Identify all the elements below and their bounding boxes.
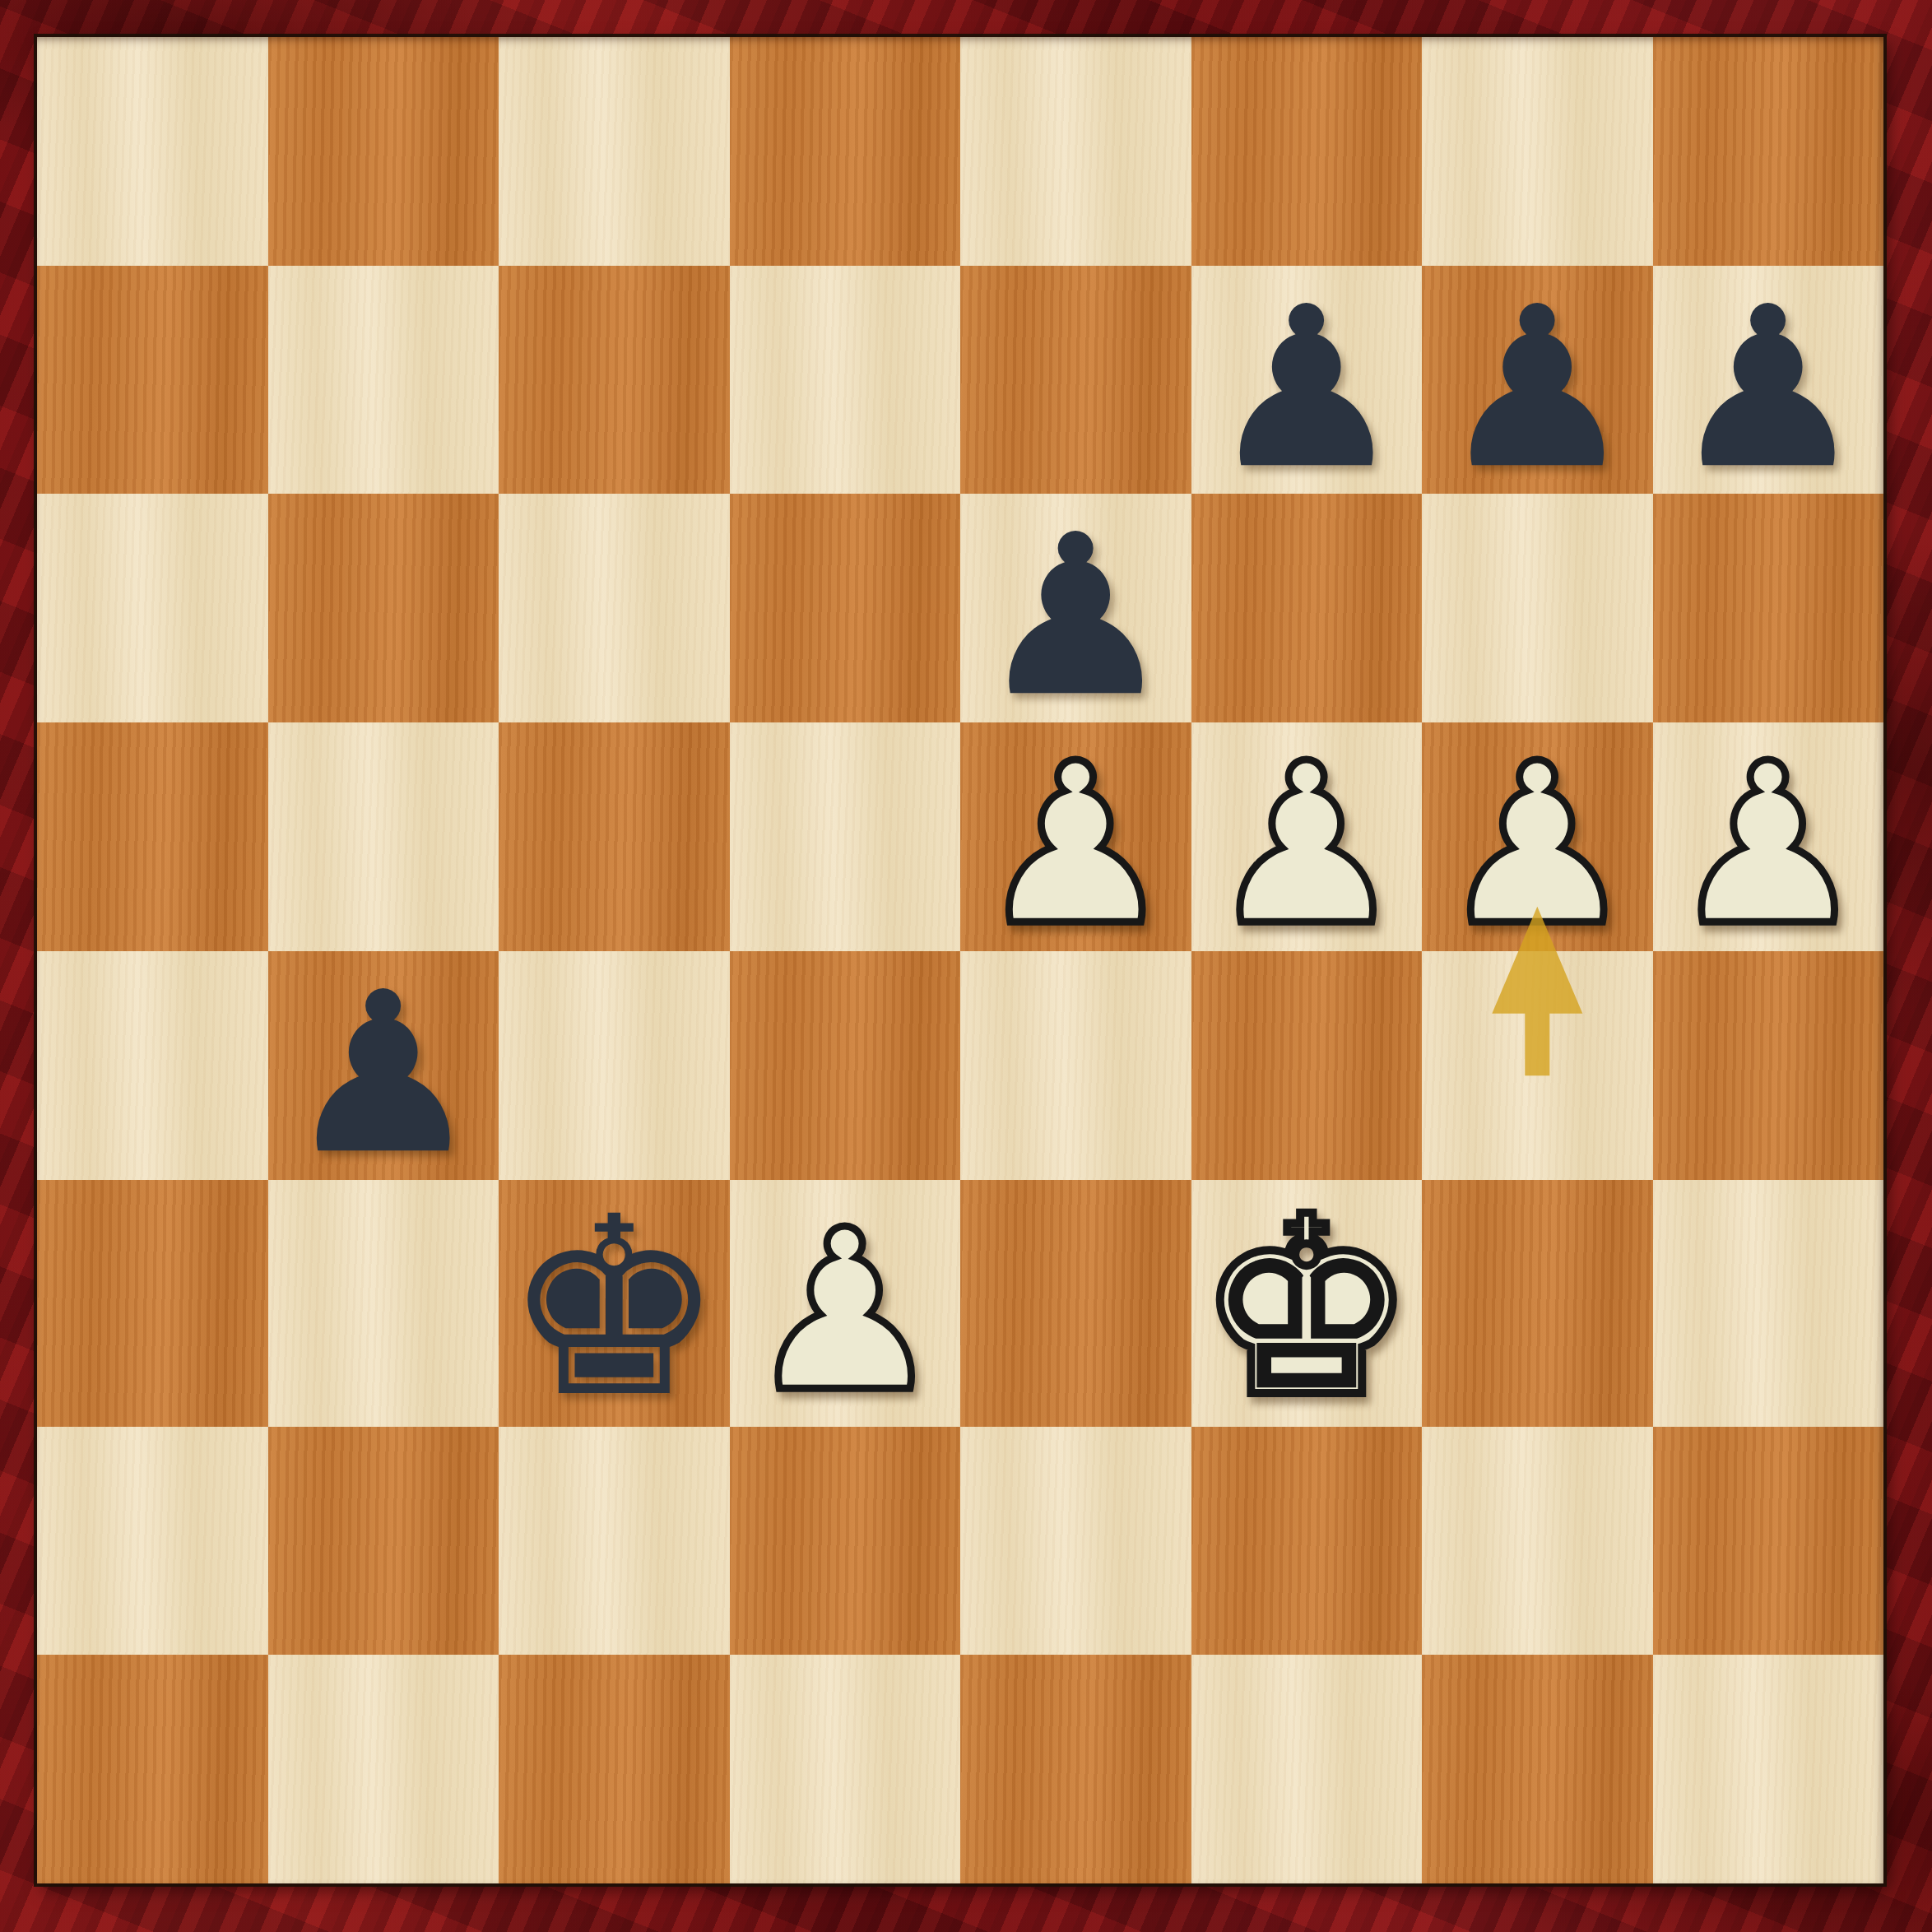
square-g3[interactable] bbox=[1422, 1180, 1653, 1427]
square-d2[interactable] bbox=[730, 1427, 961, 1656]
square-d1[interactable] bbox=[730, 1655, 961, 1883]
square-f4[interactable] bbox=[1191, 951, 1423, 1180]
square-f5[interactable]: ♟ bbox=[1191, 722, 1423, 951]
square-e8[interactable] bbox=[960, 37, 1191, 266]
square-b2[interactable] bbox=[268, 1427, 499, 1656]
white-pawn-f5[interactable]: ♟ bbox=[1207, 734, 1406, 956]
square-g7[interactable]: ♟ bbox=[1422, 266, 1653, 495]
white-pawn-g5[interactable]: ♟ bbox=[1437, 734, 1637, 956]
square-e7[interactable] bbox=[960, 266, 1191, 495]
square-g1[interactable] bbox=[1422, 1655, 1653, 1883]
square-b1[interactable] bbox=[268, 1655, 499, 1883]
square-g5[interactable]: ♟ bbox=[1422, 722, 1653, 951]
black-pawn-e6[interactable]: ♟ bbox=[976, 505, 1175, 727]
square-b8[interactable] bbox=[268, 37, 499, 266]
square-c5[interactable] bbox=[499, 722, 730, 951]
square-h6[interactable] bbox=[1653, 494, 1884, 722]
square-c2[interactable] bbox=[499, 1427, 730, 1656]
square-c6[interactable] bbox=[499, 494, 730, 722]
square-e5[interactable]: ♟ bbox=[960, 722, 1191, 951]
square-f7[interactable]: ♟ bbox=[1191, 266, 1423, 495]
square-c7[interactable] bbox=[499, 266, 730, 495]
white-pawn-e5[interactable]: ♟ bbox=[976, 734, 1175, 956]
square-d3[interactable]: ♟ bbox=[730, 1180, 961, 1427]
square-e6[interactable]: ♟ bbox=[960, 494, 1191, 722]
square-d6[interactable] bbox=[730, 494, 961, 722]
square-h3[interactable] bbox=[1653, 1180, 1884, 1427]
square-h4[interactable] bbox=[1653, 951, 1884, 1180]
square-h1[interactable] bbox=[1653, 1655, 1884, 1883]
square-b7[interactable] bbox=[268, 266, 499, 495]
square-h8[interactable] bbox=[1653, 37, 1884, 266]
square-f2[interactable] bbox=[1191, 1427, 1423, 1656]
square-f1[interactable] bbox=[1191, 1655, 1423, 1883]
square-c1[interactable] bbox=[499, 1655, 730, 1883]
square-h5[interactable]: ♟ bbox=[1653, 722, 1884, 951]
square-a2[interactable] bbox=[37, 1427, 268, 1656]
square-b4[interactable]: ♟ bbox=[268, 951, 499, 1180]
black-pawn-b4[interactable]: ♟ bbox=[284, 963, 483, 1185]
square-c4[interactable] bbox=[499, 951, 730, 1180]
square-d4[interactable] bbox=[730, 951, 961, 1180]
square-e2[interactable] bbox=[960, 1427, 1191, 1656]
square-d7[interactable] bbox=[730, 266, 961, 495]
square-f8[interactable] bbox=[1191, 37, 1423, 266]
square-a5[interactable] bbox=[37, 722, 268, 951]
square-a1[interactable] bbox=[37, 1655, 268, 1883]
white-king-f3[interactable]: ♚ bbox=[1196, 1185, 1417, 1432]
square-g2[interactable] bbox=[1422, 1427, 1653, 1656]
square-c8[interactable] bbox=[499, 37, 730, 266]
square-d8[interactable] bbox=[730, 37, 961, 266]
white-pawn-d3[interactable]: ♟ bbox=[745, 1201, 945, 1423]
square-e3[interactable] bbox=[960, 1180, 1191, 1427]
square-b5[interactable] bbox=[268, 722, 499, 951]
square-a7[interactable] bbox=[37, 266, 268, 495]
square-b3[interactable] bbox=[268, 1180, 499, 1427]
black-pawn-g7[interactable]: ♟ bbox=[1437, 277, 1637, 499]
square-e1[interactable] bbox=[960, 1655, 1191, 1883]
black-king-c3[interactable]: ♚ bbox=[504, 1185, 725, 1432]
square-e4[interactable] bbox=[960, 951, 1191, 1180]
square-a6[interactable] bbox=[37, 494, 268, 722]
square-g8[interactable] bbox=[1422, 37, 1653, 266]
square-f3[interactable]: ♚ bbox=[1191, 1180, 1423, 1427]
square-a3[interactable] bbox=[37, 1180, 268, 1427]
white-pawn-h5[interactable]: ♟ bbox=[1669, 734, 1868, 956]
square-g6[interactable] bbox=[1422, 494, 1653, 722]
square-b6[interactable] bbox=[268, 494, 499, 722]
square-a4[interactable] bbox=[37, 951, 268, 1180]
square-g4[interactable] bbox=[1422, 951, 1653, 1180]
black-pawn-f7[interactable]: ♟ bbox=[1207, 277, 1406, 499]
square-d5[interactable] bbox=[730, 722, 961, 951]
board-frame: ♟♟♟♟♟♟♟♟♟♚♟♚ bbox=[0, 0, 1932, 1932]
square-c3[interactable]: ♚ bbox=[499, 1180, 730, 1427]
square-a8[interactable] bbox=[37, 37, 268, 266]
square-f6[interactable] bbox=[1191, 494, 1423, 722]
square-h2[interactable] bbox=[1653, 1427, 1884, 1656]
square-h7[interactable]: ♟ bbox=[1653, 266, 1884, 495]
chess-board: ♟♟♟♟♟♟♟♟♟♚♟♚ bbox=[37, 37, 1883, 1883]
black-pawn-h7[interactable]: ♟ bbox=[1669, 277, 1868, 499]
